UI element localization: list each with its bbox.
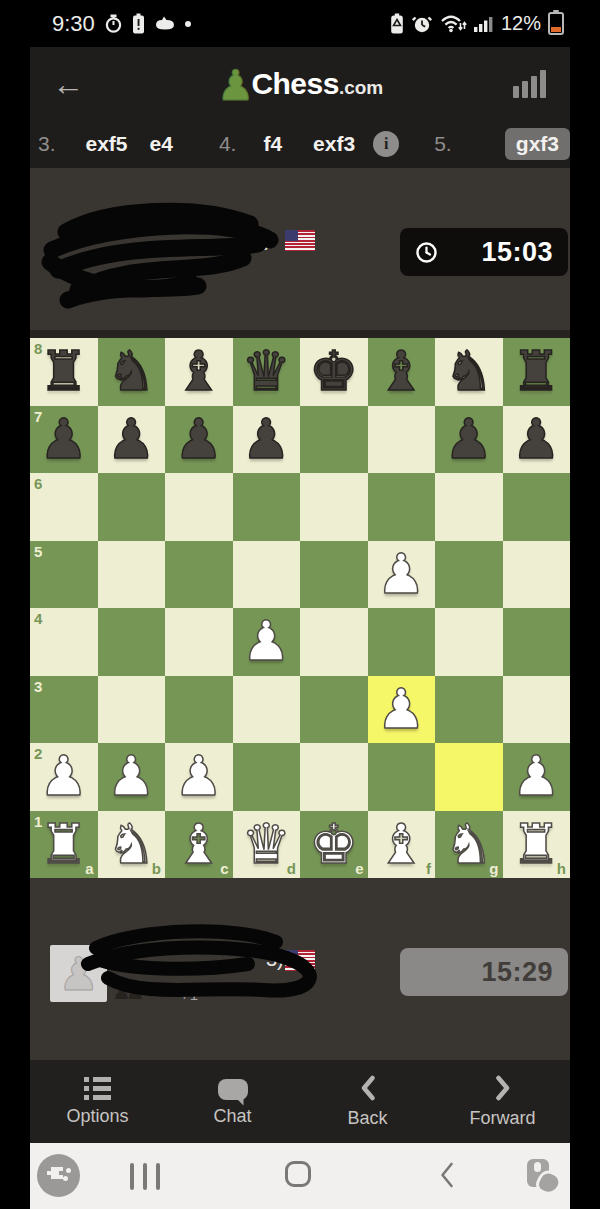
rank-label: 2 [34, 746, 42, 761]
square-f6[interactable] [368, 473, 436, 541]
battery-alert-icon [132, 13, 145, 34]
square-a6[interactable]: 6 [30, 473, 98, 541]
us-flag-icon [285, 230, 315, 251]
clock-icon [415, 241, 438, 264]
black-pawn[interactable]: ♟ [174, 412, 223, 467]
move[interactable]: exf5 [86, 132, 128, 156]
notification-icon [154, 15, 176, 33]
black-queen[interactable]: ♛ [242, 344, 291, 399]
white-knight[interactable]: ♞ [444, 817, 493, 872]
move[interactable]: e4 [150, 132, 173, 156]
black-knight[interactable]: ♞ [444, 344, 493, 399]
battery-low-icon [548, 12, 564, 35]
rank-label: 3 [34, 679, 42, 694]
move-number: 4. [219, 132, 237, 156]
chat-bubble-icon [218, 1079, 248, 1100]
player-avatar[interactable]: ♟ [50, 945, 107, 1002]
square-f7[interactable] [368, 406, 436, 474]
chevron-left-icon [358, 1074, 378, 1102]
square-f3[interactable]: ♟ [368, 676, 436, 744]
black-pawn[interactable]: ♟ [444, 412, 493, 467]
move-info-icon[interactable]: i [373, 131, 399, 157]
square-f5[interactable]: ♟ [368, 541, 436, 609]
board-top-gap [30, 330, 570, 338]
move-back-button[interactable]: Back [300, 1074, 435, 1129]
square-c7[interactable]: ♟ [165, 406, 233, 474]
rank-label: 5 [34, 544, 42, 559]
status-time: 9:30 [52, 11, 95, 37]
white-pawn[interactable]: ♟ [39, 749, 88, 804]
connection-bars-icon[interactable] [513, 70, 546, 98]
recents-icon[interactable] [130, 1163, 160, 1190]
file-label: c [220, 861, 228, 876]
logo-text-com: .com [339, 77, 383, 99]
square-g1[interactable]: g♞ [435, 811, 503, 879]
square-c1[interactable]: c♝ [165, 811, 233, 879]
white-pawn[interactable]: ♟ [377, 682, 426, 737]
opponent-clock-time: 15:03 [481, 237, 553, 268]
back-label: Back [347, 1108, 387, 1129]
square-h4[interactable] [503, 608, 571, 676]
square-a2[interactable]: 2♟ [30, 743, 98, 811]
black-bishop[interactable]: ♝ [377, 344, 426, 399]
move-number: 5. [434, 132, 452, 156]
square-f2[interactable] [368, 743, 436, 811]
home-icon[interactable] [285, 1161, 311, 1187]
black-knight[interactable]: ♞ [107, 344, 156, 399]
square-g2[interactable] [435, 743, 503, 811]
square-c5[interactable] [165, 541, 233, 609]
square-b5[interactable] [98, 541, 166, 609]
chat-label: Chat [213, 1106, 251, 1127]
square-a5[interactable]: 5 [30, 541, 98, 609]
chess-board: 8♜♞♝♛♚♝♞♜7♟♟♟♟♟♟65♟4♟3♟2♟♟♟♟1a♜b♞c♝d♛e♚f… [30, 338, 570, 878]
white-pawn[interactable]: ♟ [242, 614, 291, 669]
stopwatch-icon [104, 13, 123, 34]
square-b2[interactable]: ♟ [98, 743, 166, 811]
player-clock-time: 15:29 [481, 957, 553, 988]
square-c3[interactable] [165, 676, 233, 744]
signal-bars-icon [474, 15, 494, 33]
chevron-right-icon [493, 1074, 513, 1102]
square-c6[interactable] [165, 473, 233, 541]
forward-label: Forward [469, 1108, 535, 1129]
white-pawn[interactable]: ♟ [174, 749, 223, 804]
options-list-icon [84, 1076, 111, 1100]
palm-touch-icon[interactable] [525, 1157, 563, 1195]
square-h8[interactable]: ♜ [503, 338, 571, 406]
black-bishop[interactable]: ♝ [174, 344, 223, 399]
bottom-nav: Options Chat Back Forward [30, 1060, 570, 1143]
white-pawn[interactable]: ♟ [377, 547, 426, 602]
options-button[interactable]: Options [30, 1076, 165, 1127]
file-label: e [355, 861, 363, 876]
white-bishop[interactable]: ♝ [174, 817, 223, 872]
square-d6[interactable] [233, 473, 301, 541]
square-e2[interactable] [300, 743, 368, 811]
square-h7[interactable]: ♟ [503, 406, 571, 474]
move[interactable]: exf3 [313, 132, 355, 156]
player-name-fragment: 3) [266, 948, 284, 971]
square-d8[interactable]: ♛ [233, 338, 301, 406]
rank-label: 6 [34, 476, 42, 491]
back-icon[interactable] [438, 1161, 456, 1189]
square-d7[interactable]: ♟ [233, 406, 301, 474]
opponent-panel: 16) 15:03 [30, 168, 570, 330]
square-a3[interactable]: 3 [30, 676, 98, 744]
opponent-name-fragment: 16) [242, 228, 271, 251]
file-label: f [426, 861, 431, 876]
square-c4[interactable] [165, 608, 233, 676]
square-a8[interactable]: 8♜ [30, 338, 98, 406]
battery-saver-icon [390, 13, 404, 34]
square-b4[interactable] [98, 608, 166, 676]
privacy-scribble [38, 196, 298, 316]
move-number: 3. [38, 132, 56, 156]
square-d4[interactable]: ♟ [233, 608, 301, 676]
rank-label: 8 [34, 341, 42, 356]
square-h3[interactable] [503, 676, 571, 744]
square-e4[interactable] [300, 608, 368, 676]
white-pawn[interactable]: ♟ [107, 749, 156, 804]
status-bar: 9:30 12% [0, 0, 600, 47]
current-move[interactable]: gxf3 [505, 128, 570, 160]
square-e6[interactable] [300, 473, 368, 541]
us-flag-icon [285, 950, 315, 971]
battery-percent: 12% [501, 12, 541, 35]
black-pawn[interactable]: ♟ [39, 412, 88, 467]
app-header: ← ♟ Chess .com [30, 47, 570, 120]
square-h2[interactable]: ♟ [503, 743, 571, 811]
square-e8[interactable]: ♚ [300, 338, 368, 406]
square-d5[interactable] [233, 541, 301, 609]
square-h1[interactable]: h♜ [503, 811, 571, 879]
chat-button[interactable]: Chat [165, 1077, 300, 1127]
square-g4[interactable] [435, 608, 503, 676]
square-c2[interactable]: ♟ [165, 743, 233, 811]
black-pawn[interactable]: ♟ [107, 412, 156, 467]
black-pawn[interactable]: ♟ [242, 412, 291, 467]
move-list: 3.exf5e44.f4exf3i5.gxf3 [30, 120, 570, 168]
square-b8[interactable]: ♞ [98, 338, 166, 406]
square-e3[interactable] [300, 676, 368, 744]
material-advantage: +1 [180, 986, 199, 1003]
move[interactable]: f4 [263, 132, 282, 156]
square-a4[interactable]: 4 [30, 608, 98, 676]
chesscom-logo: ♟ Chess .com [217, 67, 384, 101]
square-e5[interactable] [300, 541, 368, 609]
square-f4[interactable] [368, 608, 436, 676]
white-rook[interactable]: ♜ [512, 817, 561, 872]
square-b1[interactable]: b♞ [98, 811, 166, 879]
white-rook[interactable]: ♜ [39, 817, 88, 872]
square-h6[interactable] [503, 473, 571, 541]
square-e7[interactable] [300, 406, 368, 474]
black-rook[interactable]: ♜ [512, 344, 561, 399]
rank-label: 1 [34, 814, 42, 829]
white-pawn[interactable]: ♟ [512, 749, 561, 804]
file-label: h [557, 861, 566, 876]
square-h5[interactable] [503, 541, 571, 609]
file-label: b [152, 861, 161, 876]
file-label: a [85, 861, 93, 876]
square-e1[interactable]: e♚ [300, 811, 368, 879]
square-g3[interactable] [435, 676, 503, 744]
android-nav-bar [30, 1143, 570, 1209]
avatar-pawn-icon: ♟ [58, 951, 99, 997]
square-c8[interactable]: ♝ [165, 338, 233, 406]
wifi-icon [440, 13, 467, 34]
square-g5[interactable] [435, 541, 503, 609]
square-g7[interactable]: ♟ [435, 406, 503, 474]
white-knight[interactable]: ♞ [107, 817, 156, 872]
rank-label: 4 [34, 611, 42, 626]
square-b7[interactable]: ♟ [98, 406, 166, 474]
square-g6[interactable] [435, 473, 503, 541]
square-g8[interactable]: ♞ [435, 338, 503, 406]
white-bishop[interactable]: ♝ [377, 817, 426, 872]
square-a1[interactable]: 1a♜ [30, 811, 98, 879]
game-tools-icon[interactable] [37, 1154, 80, 1197]
square-f8[interactable]: ♝ [368, 338, 436, 406]
square-a7[interactable]: 7♟ [30, 406, 98, 474]
square-d1[interactable]: d♛ [233, 811, 301, 879]
captured-pieces: ♟♟ [112, 980, 140, 1004]
more-notifications-dot [185, 21, 191, 27]
black-king[interactable]: ♚ [309, 344, 358, 399]
options-label: Options [66, 1106, 128, 1127]
square-f1[interactable]: f♝ [368, 811, 436, 879]
player-clock: 15:29 [400, 948, 568, 996]
logo-text-chess: Chess [251, 67, 339, 101]
move-forward-button[interactable]: Forward [435, 1074, 570, 1129]
rank-label: 7 [34, 409, 42, 424]
white-queen[interactable]: ♛ [242, 817, 291, 872]
black-rook[interactable]: ♜ [39, 344, 88, 399]
square-b3[interactable] [98, 676, 166, 744]
black-pawn[interactable]: ♟ [512, 412, 561, 467]
file-label: d [287, 861, 296, 876]
square-d3[interactable] [233, 676, 301, 744]
white-king[interactable]: ♚ [309, 817, 358, 872]
alarm-icon [411, 13, 433, 35]
square-d2[interactable] [233, 743, 301, 811]
player-panel: ♟ 3) ♟♟ +1 15:29 [30, 878, 570, 1060]
opponent-clock: 15:03 [400, 228, 568, 276]
back-arrow-icon[interactable]: ← [30, 68, 84, 100]
square-b6[interactable] [98, 473, 166, 541]
file-label: g [489, 861, 498, 876]
